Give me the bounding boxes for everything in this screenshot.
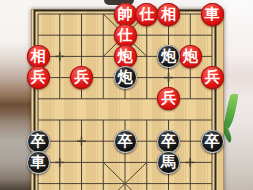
piece-black-cannon[interactable]: 炮: [114, 66, 137, 89]
piece-black-chariot[interactable]: 車: [27, 151, 50, 174]
background-right-scenery: [224, 0, 253, 190]
piece-red-cannon[interactable]: 炮: [114, 45, 137, 68]
piece-black-soldier[interactable]: 卒: [114, 130, 137, 153]
piece-black-soldier[interactable]: 卒: [201, 130, 224, 153]
piece-red-chariot[interactable]: 車: [201, 3, 224, 26]
piece-red-cannon[interactable]: 炮: [179, 45, 202, 68]
app-screen: 帥仕相車仕相炮炮炮兵兵炮兵兵卒卒卒卒車馬: [0, 0, 253, 190]
piece-red-soldier[interactable]: 兵: [70, 66, 93, 89]
piece-red-advisor[interactable]: 仕: [114, 24, 137, 47]
piece-red-elephant[interactable]: 相: [27, 45, 50, 68]
piece-red-elephant[interactable]: 相: [157, 3, 180, 26]
piece-black-horse[interactable]: 馬: [157, 151, 180, 174]
xiangqi-board[interactable]: 帥仕相車仕相炮炮炮兵兵炮兵兵卒卒卒卒車馬: [31, 9, 224, 190]
piece-red-general[interactable]: 帥: [114, 3, 137, 26]
piece-black-soldier[interactable]: 卒: [27, 130, 50, 153]
piece-red-soldier[interactable]: 兵: [201, 66, 224, 89]
piece-red-soldier[interactable]: 兵: [27, 66, 50, 89]
piece-red-advisor[interactable]: 仕: [135, 3, 158, 26]
piece-black-soldier[interactable]: 卒: [157, 130, 180, 153]
piece-black-cannon[interactable]: 炮: [157, 45, 180, 68]
